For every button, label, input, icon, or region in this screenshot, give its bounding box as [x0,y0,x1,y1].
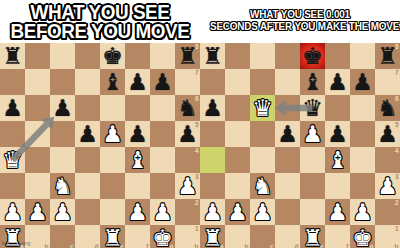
square-h7-after[interactable]: 7 [375,69,400,95]
file-label-c: c [270,243,274,248]
black-bishop-e7: ♝ [100,69,125,95]
black-pawn-a6: ♟ [0,95,25,121]
chess-meme-image: WHAT YOU SEE BEFORE YOU MOVE WHAT YOU SE… [0,0,400,248]
square-h4-after[interactable]: 4 [375,147,400,173]
white-knight-c3: ♞ [250,173,275,199]
square-e2-before[interactable] [100,199,125,225]
black-king-e8: ♚ [300,43,325,69]
square-e1-after[interactable]: ♜e [300,225,325,248]
square-d7-before[interactable] [75,69,100,95]
square-e6-after[interactable]: ♛ [300,95,325,121]
square-a2-before[interactable]: ♟ [0,199,25,225]
file-label-d: d [295,243,299,248]
square-b1-after[interactable]: b [225,225,250,248]
white-pawn-c2: ♟ [50,199,75,225]
file-label-e: e [320,243,324,248]
square-a7-after[interactable] [200,69,225,95]
white-knight-c3: ♞ [50,173,75,199]
square-f4-after[interactable]: ♝ [325,147,350,173]
square-g3-after[interactable] [350,173,375,199]
file-label-a: a [220,243,224,248]
rank-label-8: 8 [395,43,399,50]
white-pawn-g2: ♟ [350,199,375,225]
rank-label-6: 6 [395,95,399,102]
square-a4-after[interactable] [200,147,225,173]
square-f6-before[interactable] [125,95,150,121]
square-f1-after[interactable]: f [325,225,350,248]
chess-board-after: ♜♚♜8♝♟♟7♟♛♛♞6♟♟♟♟5♝4♞♟3♟♟♟♟♟2♜abcd♜ef♚g1… [200,43,400,248]
white-pawn-e5: ♟ [300,121,325,147]
square-d3-after[interactable] [275,173,300,199]
white-pawn-a2: ♟ [0,199,25,225]
square-f5-after[interactable]: ♟ [325,121,350,147]
square-c2-before[interactable]: ♟ [50,199,75,225]
file-label-f: f [346,243,348,248]
square-g1-before[interactable]: ♚g [150,225,175,248]
square-h3-after[interactable]: ♟3 [375,173,400,199]
black-rook-a8: ♜ [200,43,225,69]
square-f3-after[interactable] [325,173,350,199]
square-g1-after[interactable]: ♚g [350,225,375,248]
square-e8-before[interactable]: ♚ [100,43,125,69]
square-b4-after[interactable] [225,147,250,173]
square-h7-before[interactable]: 7 [175,69,200,95]
black-pawn-g7: ♟ [350,69,375,95]
square-g5-before[interactable] [150,121,175,147]
square-c6-before[interactable]: ♟ [50,95,75,121]
square-f8-before[interactable] [125,43,150,69]
square-b6-before[interactable] [25,95,50,121]
square-g5-after[interactable] [350,121,375,147]
square-e8-after[interactable]: ♚ [300,43,325,69]
lichess-watermark: lichess.org [2,240,31,246]
file-label-f: f [146,243,148,248]
square-f6-after[interactable] [325,95,350,121]
square-e4-before[interactable] [100,147,125,173]
square-f4-before[interactable]: ♝ [125,147,150,173]
white-pawn-f2: ♟ [325,199,350,225]
white-pawn-a2: ♟ [200,199,225,225]
square-f7-after[interactable]: ♟ [325,69,350,95]
square-c4-before[interactable] [50,147,75,173]
square-a2-after[interactable]: ♟ [200,199,225,225]
square-e2-after[interactable] [300,199,325,225]
square-b7-before[interactable] [25,69,50,95]
square-b3-after[interactable] [225,173,250,199]
square-a3-before[interactable] [0,173,25,199]
caption-right-line2: SECONDS AFTER YOU MAKE THE MOVE [210,21,390,33]
black-pawn-f5: ♟ [125,121,150,147]
square-g8-after[interactable] [350,43,375,69]
chess-board-before: ♜♚♜8♝♟♟7♟♟♞6♟♟♟♟5♛♝4♞♟3♟♟♟♟♟2♜abcd♜ef♚g1… [0,43,200,248]
white-pawn-c2: ♟ [250,199,275,225]
square-b7-after[interactable] [225,69,250,95]
square-a6-after[interactable]: ♟ [200,95,225,121]
square-f2-after[interactable]: ♟ [325,199,350,225]
square-h6-after[interactable]: ♞6 [375,95,400,121]
square-d2-after[interactable] [275,199,300,225]
square-c1-after[interactable]: c [250,225,275,248]
white-pawn-g2: ♟ [150,199,175,225]
square-c4-after[interactable] [250,147,275,173]
black-bishop-e7: ♝ [300,69,325,95]
white-pawn-b2: ♟ [25,199,50,225]
rank-label-1: 1 [195,225,199,232]
file-label-h: h [195,243,199,248]
square-b8-before[interactable] [25,43,50,69]
square-e5-after[interactable]: ♟ [300,121,325,147]
square-a7-before[interactable] [0,69,25,95]
white-pawn-e5: ♟ [100,121,125,147]
square-e7-after[interactable]: ♝ [300,69,325,95]
square-b8-after[interactable] [225,43,250,69]
square-h1-before[interactable]: 1h [175,225,200,248]
black-pawn-c6: ♟ [50,95,75,121]
rank-label-3: 3 [195,173,199,180]
square-f1-before[interactable]: f [125,225,150,248]
square-a3-after[interactable] [200,173,225,199]
square-e6-before[interactable] [100,95,125,121]
white-queen-a4: ♛ [0,147,25,173]
square-b4-before[interactable] [25,147,50,173]
square-b2-after[interactable]: ♟ [225,199,250,225]
square-c3-after[interactable]: ♞ [250,173,275,199]
square-d6-after[interactable] [275,95,300,121]
rank-label-5: 5 [195,121,199,128]
square-c3-before[interactable]: ♞ [50,173,75,199]
square-a6-before[interactable]: ♟ [0,95,25,121]
rank-label-4: 4 [395,147,399,154]
file-label-e: e [120,243,124,248]
rank-label-2: 2 [195,199,199,206]
square-g6-before[interactable] [150,95,175,121]
file-label-h: h [395,243,399,248]
square-f3-before[interactable] [125,173,150,199]
square-d3-before[interactable] [75,173,100,199]
caption-left-line2: BEFORE YOU MOVE [10,21,190,40]
file-label-d: d [95,243,99,248]
square-e4-after[interactable] [300,147,325,173]
square-b5-after[interactable] [225,121,250,147]
rank-label-2: 2 [395,199,399,206]
rank-label-4: 4 [195,147,199,154]
square-g4-before[interactable] [150,147,175,173]
board-grid-before: ♜♚♜8♝♟♟7♟♟♞6♟♟♟♟5♛♝4♞♟3♟♟♟♟♟2♜abcd♜ef♚g1… [0,43,200,248]
board-grid-after: ♜♚♜8♝♟♟7♟♛♛♞6♟♟♟♟5♝4♞♟3♟♟♟♟♟2♜abcd♜ef♚g1… [200,43,400,248]
rank-label-6: 6 [195,95,199,102]
caption-right: WHAT YOU SEE 0.001 SECONDS AFTER YOU MAK… [200,0,400,32]
square-d1-after[interactable]: d [275,225,300,248]
square-h8-after[interactable]: ♜8 [375,43,400,69]
square-f2-before[interactable]: ♟ [125,199,150,225]
square-c8-before[interactable] [50,43,75,69]
square-f5-before[interactable]: ♟ [125,121,150,147]
black-pawn-f7: ♟ [125,69,150,95]
square-c8-after[interactable] [250,43,275,69]
square-g6-after[interactable] [350,95,375,121]
square-b3-before[interactable] [25,173,50,199]
black-pawn-d5: ♟ [75,121,100,147]
file-label-g: g [370,243,374,248]
file-label-b: b [45,243,49,248]
file-label-g: g [170,243,174,248]
square-c2-after[interactable]: ♟ [250,199,275,225]
rank-label-1: 1 [395,225,399,232]
square-c7-after[interactable] [250,69,275,95]
square-e7-before[interactable]: ♝ [100,69,125,95]
square-a1-after[interactable]: ♜a [200,225,225,248]
square-d6-before[interactable] [75,95,100,121]
square-c6-after[interactable]: ♛ [250,95,275,121]
caption-left: WHAT YOU SEE BEFORE YOU MOVE [0,0,200,40]
caption-banner: WHAT YOU SEE BEFORE YOU MOVE WHAT YOU SE… [0,0,400,43]
rank-label-7: 7 [395,69,399,76]
black-pawn-f7: ♟ [325,69,350,95]
rank-label-8: 8 [195,43,199,50]
square-a5-before[interactable] [0,121,25,147]
square-a4-before[interactable]: ♛ [0,147,25,173]
square-d8-after[interactable] [275,43,300,69]
square-d7-after[interactable] [275,69,300,95]
square-g7-after[interactable]: ♟ [350,69,375,95]
square-d4-after[interactable] [275,147,300,173]
square-h1-after[interactable]: 1h [375,225,400,248]
square-e3-before[interactable] [100,173,125,199]
square-e5-before[interactable]: ♟ [100,121,125,147]
square-h2-before[interactable]: 2 [175,199,200,225]
square-e1-before[interactable]: ♜e [100,225,125,248]
white-bishop-f4: ♝ [125,147,150,173]
square-a5-after[interactable] [200,121,225,147]
square-c7-before[interactable] [50,69,75,95]
black-pawn-d5: ♟ [275,121,300,147]
square-c5-before[interactable] [50,121,75,147]
square-d4-before[interactable] [75,147,100,173]
square-b6-after[interactable] [225,95,250,121]
square-h3-before[interactable]: ♟3 [175,173,200,199]
white-bishop-f4: ♝ [325,147,350,173]
square-d1-before[interactable]: d [75,225,100,248]
square-g4-after[interactable] [350,147,375,173]
square-d5-after[interactable]: ♟ [275,121,300,147]
square-g7-before[interactable]: ♟ [150,69,175,95]
square-d8-before[interactable] [75,43,100,69]
black-king-e8: ♚ [100,43,125,69]
square-c5-after[interactable] [250,121,275,147]
square-h6-before[interactable]: ♞6 [175,95,200,121]
black-queen-e6: ♛ [300,95,325,121]
black-rook-a8: ♜ [0,43,25,69]
square-b5-before[interactable] [25,121,50,147]
white-pawn-b2: ♟ [225,199,250,225]
rank-label-7: 7 [195,69,199,76]
square-c1-before[interactable]: c [50,225,75,248]
square-h8-before[interactable]: ♜8 [175,43,200,69]
square-b2-before[interactable]: ♟ [25,199,50,225]
file-label-b: b [245,243,249,248]
square-f8-after[interactable] [325,43,350,69]
square-g2-after[interactable]: ♟ [350,199,375,225]
rank-label-3: 3 [395,173,399,180]
square-g8-before[interactable] [150,43,175,69]
square-h2-after[interactable]: 2 [375,199,400,225]
black-pawn-g7: ♟ [150,69,175,95]
square-h5-before[interactable]: ♟5 [175,121,200,147]
square-d2-before[interactable] [75,199,100,225]
file-label-c: c [70,243,74,248]
square-e3-after[interactable] [300,173,325,199]
square-a8-after[interactable]: ♜ [200,43,225,69]
square-g3-before[interactable] [150,173,175,199]
square-h4-before[interactable]: 4 [175,147,200,173]
square-a8-before[interactable]: ♜ [0,43,25,69]
square-g2-before[interactable]: ♟ [150,199,175,225]
black-pawn-f5: ♟ [325,121,350,147]
white-queen-c6: ♛ [250,95,275,121]
square-h5-after[interactable]: ♟5 [375,121,400,147]
square-d5-before[interactable]: ♟ [75,121,100,147]
square-f7-before[interactable]: ♟ [125,69,150,95]
black-pawn-a6: ♟ [200,95,225,121]
white-pawn-f2: ♟ [125,199,150,225]
rank-label-5: 5 [395,121,399,128]
